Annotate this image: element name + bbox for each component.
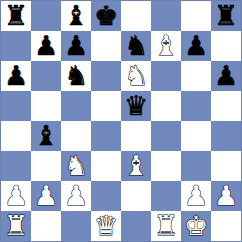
square-g7[interactable]: ♟ bbox=[181, 31, 211, 61]
square-f5[interactable] bbox=[151, 91, 181, 121]
square-h6[interactable]: ♟ bbox=[211, 61, 241, 91]
piece-black-rook[interactable]: ♜ bbox=[4, 2, 28, 29]
square-f7[interactable]: ♝ bbox=[151, 31, 181, 61]
square-b3[interactable] bbox=[31, 151, 61, 181]
square-e6[interactable]: ♞ bbox=[121, 61, 151, 91]
square-c3[interactable]: ♞ bbox=[61, 151, 91, 181]
square-b1[interactable] bbox=[31, 211, 61, 241]
piece-black-pawn[interactable]: ♟ bbox=[184, 32, 208, 59]
piece-white-pawn[interactable]: ♟ bbox=[214, 182, 238, 209]
square-a7[interactable] bbox=[1, 31, 31, 61]
square-b8[interactable] bbox=[31, 1, 61, 31]
square-d8[interactable]: ♚ bbox=[91, 1, 121, 31]
square-c4[interactable] bbox=[61, 121, 91, 151]
square-d7[interactable] bbox=[91, 31, 121, 61]
piece-black-knight[interactable]: ♞ bbox=[124, 32, 148, 59]
square-e7[interactable]: ♞ bbox=[121, 31, 151, 61]
square-e3[interactable]: ♝ bbox=[121, 151, 151, 181]
square-b7[interactable]: ♟ bbox=[31, 31, 61, 61]
piece-white-queen[interactable]: ♛ bbox=[94, 212, 118, 239]
square-f3[interactable] bbox=[151, 151, 181, 181]
square-g5[interactable] bbox=[181, 91, 211, 121]
square-g4[interactable] bbox=[181, 121, 211, 151]
piece-black-knight[interactable]: ♞ bbox=[64, 62, 88, 89]
piece-black-pawn[interactable]: ♟ bbox=[34, 32, 58, 59]
square-a5[interactable] bbox=[1, 91, 31, 121]
square-a4[interactable] bbox=[1, 121, 31, 151]
square-g2[interactable]: ♟ bbox=[181, 181, 211, 211]
square-d1[interactable]: ♛ bbox=[91, 211, 121, 241]
square-b4[interactable]: ♝ bbox=[31, 121, 61, 151]
piece-white-pawn[interactable]: ♟ bbox=[34, 182, 58, 209]
square-h2[interactable]: ♟ bbox=[211, 181, 241, 211]
square-c2[interactable]: ♟ bbox=[61, 181, 91, 211]
piece-black-rook[interactable]: ♜ bbox=[214, 2, 238, 29]
square-e4[interactable] bbox=[121, 121, 151, 151]
square-a2[interactable]: ♟ bbox=[1, 181, 31, 211]
square-g3[interactable] bbox=[181, 151, 211, 181]
piece-white-rook[interactable]: ♜ bbox=[154, 212, 178, 239]
piece-black-queen[interactable]: ♛ bbox=[124, 92, 148, 119]
piece-black-pawn[interactable]: ♟ bbox=[214, 62, 238, 89]
square-c1[interactable] bbox=[61, 211, 91, 241]
square-e2[interactable] bbox=[121, 181, 151, 211]
piece-white-king[interactable]: ♚ bbox=[184, 212, 208, 239]
chess-board: ♜♝♚♜♟♟♞♝♟♟♞♞♟♛♝♞♝♟♟♟♟♟♜♛♜♚ bbox=[0, 0, 242, 242]
square-a6[interactable]: ♟ bbox=[1, 61, 31, 91]
piece-black-pawn[interactable]: ♟ bbox=[64, 32, 88, 59]
square-a8[interactable]: ♜ bbox=[1, 1, 31, 31]
square-f8[interactable] bbox=[151, 1, 181, 31]
square-h8[interactable]: ♜ bbox=[211, 1, 241, 31]
square-h7[interactable] bbox=[211, 31, 241, 61]
square-h5[interactable] bbox=[211, 91, 241, 121]
square-f4[interactable] bbox=[151, 121, 181, 151]
square-d6[interactable] bbox=[91, 61, 121, 91]
square-c6[interactable]: ♞ bbox=[61, 61, 91, 91]
square-f1[interactable]: ♜ bbox=[151, 211, 181, 241]
piece-white-knight[interactable]: ♞ bbox=[124, 62, 148, 89]
square-d4[interactable] bbox=[91, 121, 121, 151]
square-d5[interactable] bbox=[91, 91, 121, 121]
piece-black-king[interactable]: ♚ bbox=[94, 2, 118, 29]
square-h1[interactable] bbox=[211, 211, 241, 241]
piece-white-bishop[interactable]: ♝ bbox=[124, 152, 148, 179]
square-g6[interactable] bbox=[181, 61, 211, 91]
square-c5[interactable] bbox=[61, 91, 91, 121]
piece-white-rook[interactable]: ♜ bbox=[4, 212, 28, 239]
square-d2[interactable] bbox=[91, 181, 121, 211]
square-e1[interactable] bbox=[121, 211, 151, 241]
piece-black-bishop[interactable]: ♝ bbox=[34, 122, 58, 149]
square-f2[interactable] bbox=[151, 181, 181, 211]
square-e8[interactable] bbox=[121, 1, 151, 31]
piece-white-bishop[interactable]: ♝ bbox=[154, 32, 178, 59]
square-a1[interactable]: ♜ bbox=[1, 211, 31, 241]
square-h3[interactable] bbox=[211, 151, 241, 181]
square-h4[interactable] bbox=[211, 121, 241, 151]
square-c7[interactable]: ♟ bbox=[61, 31, 91, 61]
piece-white-knight[interactable]: ♞ bbox=[64, 152, 88, 179]
square-b2[interactable]: ♟ bbox=[31, 181, 61, 211]
square-b6[interactable] bbox=[31, 61, 61, 91]
square-e5[interactable]: ♛ bbox=[121, 91, 151, 121]
square-g1[interactable]: ♚ bbox=[181, 211, 211, 241]
square-g8[interactable] bbox=[181, 1, 211, 31]
square-b5[interactable] bbox=[31, 91, 61, 121]
square-f6[interactable] bbox=[151, 61, 181, 91]
piece-white-pawn[interactable]: ♟ bbox=[4, 182, 28, 209]
square-d3[interactable] bbox=[91, 151, 121, 181]
piece-black-pawn[interactable]: ♟ bbox=[4, 62, 28, 89]
square-a3[interactable] bbox=[1, 151, 31, 181]
piece-white-pawn[interactable]: ♟ bbox=[64, 182, 88, 209]
square-c8[interactable]: ♝ bbox=[61, 1, 91, 31]
piece-black-bishop[interactable]: ♝ bbox=[64, 2, 88, 29]
piece-white-pawn[interactable]: ♟ bbox=[184, 182, 208, 209]
